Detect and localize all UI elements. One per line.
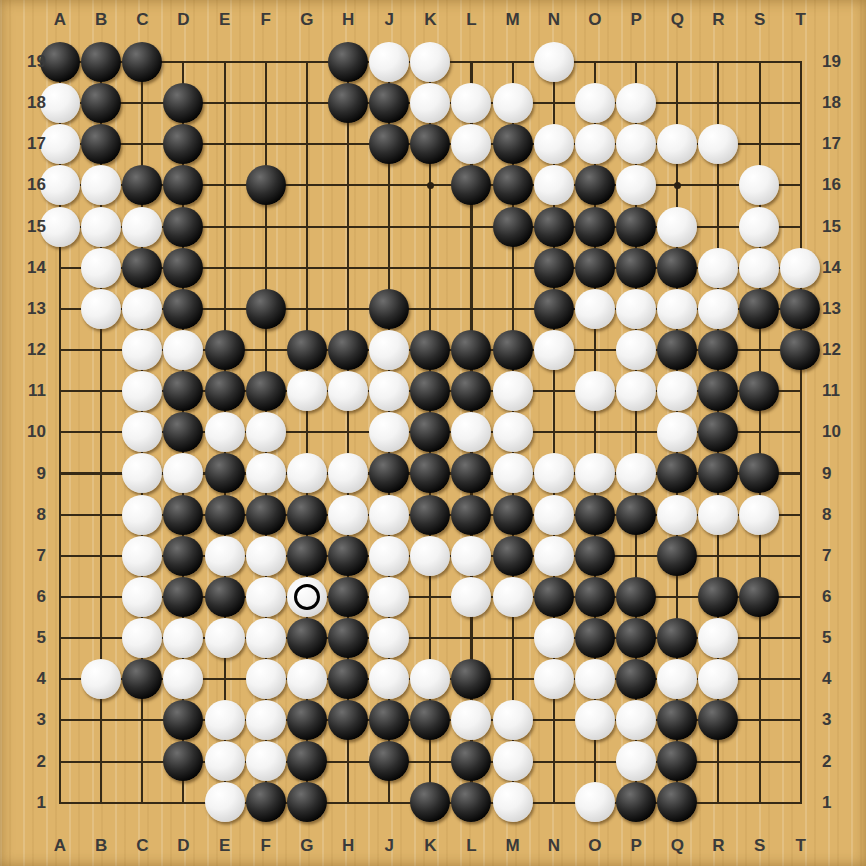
stone-white-S15 [739,207,779,247]
stone-white-G9 [287,453,327,493]
stone-black-D3 [163,700,203,740]
stone-white-C9 [122,453,162,493]
stone-black-O8 [575,495,615,535]
stone-white-J12 [369,330,409,370]
coord-label-8-right: 8 [822,505,862,525]
coord-label-13-left: 13 [8,299,46,319]
stone-black-E6 [205,577,245,617]
coord-label-Q-top: Q [662,10,692,30]
stone-black-J17 [369,124,409,164]
stone-white-E1 [205,782,245,822]
stone-black-F11 [246,371,286,411]
stone-black-G1 [287,782,327,822]
stone-white-N4 [534,659,574,699]
coord-label-17-right: 17 [822,134,862,154]
stone-white-F3 [246,700,286,740]
stone-white-C13 [122,289,162,329]
stone-black-M8 [493,495,533,535]
stone-black-L2 [451,741,491,781]
coord-label-Q-bottom: Q [662,836,692,856]
stone-black-K10 [410,412,450,452]
stone-white-D12 [163,330,203,370]
stone-black-S6 [739,577,779,617]
stone-black-H5 [328,618,368,658]
coord-label-19-right: 19 [822,52,862,72]
stone-black-E8 [205,495,245,535]
stone-black-N6 [534,577,574,617]
coord-label-10-left: 10 [8,422,46,442]
stone-white-R13 [698,289,738,329]
stone-white-B13 [81,289,121,329]
stone-black-B17 [81,124,121,164]
stone-black-K12 [410,330,450,370]
stone-black-H4 [328,659,368,699]
stone-white-J8 [369,495,409,535]
stone-black-Q2 [657,741,697,781]
last-move-circle-marker [294,584,320,610]
stone-black-Q3 [657,700,697,740]
stone-white-F4 [246,659,286,699]
stone-white-M3 [493,700,533,740]
coord-label-P-bottom: P [621,836,651,856]
stone-black-O5 [575,618,615,658]
coord-label-9-left: 9 [8,464,46,484]
stone-white-Q15 [657,207,697,247]
coord-label-K-bottom: K [415,836,445,856]
coord-label-J-bottom: J [374,836,404,856]
coord-label-H-top: H [333,10,363,30]
coord-label-B-bottom: B [86,836,116,856]
coord-label-14-left: 14 [8,258,46,278]
stone-white-O13 [575,289,615,329]
stone-white-Q13 [657,289,697,329]
stone-white-P13 [616,289,656,329]
stone-black-J13 [369,289,409,329]
stone-white-M18 [493,83,533,123]
stone-black-M7 [493,536,533,576]
coord-label-16-left: 16 [8,175,46,195]
stone-white-C7 [122,536,162,576]
stone-black-Q9 [657,453,697,493]
stone-black-P1 [616,782,656,822]
coord-label-12-right: 12 [822,340,862,360]
stone-black-M16 [493,165,533,205]
coord-label-5-left: 5 [8,628,46,648]
stone-white-J11 [369,371,409,411]
coord-label-T-top: T [786,10,816,30]
stone-white-S8 [739,495,779,535]
stone-white-Q17 [657,124,697,164]
stone-black-S11 [739,371,779,411]
stone-white-N5 [534,618,574,658]
stone-white-J6 [369,577,409,617]
stone-black-B18 [81,83,121,123]
coord-label-N-bottom: N [539,836,569,856]
stone-black-H6 [328,577,368,617]
stone-white-N12 [534,330,574,370]
stone-black-C14 [122,248,162,288]
stone-white-E7 [205,536,245,576]
stone-white-R17 [698,124,738,164]
stone-black-D7 [163,536,203,576]
stone-white-F5 [246,618,286,658]
stone-black-R6 [698,577,738,617]
coord-label-2-right: 2 [822,752,862,772]
stone-white-L17 [451,124,491,164]
coord-label-G-bottom: G [292,836,322,856]
stone-black-M15 [493,207,533,247]
stone-black-R3 [698,700,738,740]
stone-white-K7 [410,536,450,576]
stone-white-O3 [575,700,615,740]
stone-white-R5 [698,618,738,658]
stone-black-J3 [369,700,409,740]
stone-white-K19 [410,42,450,82]
stone-black-D11 [163,371,203,411]
stone-white-J19 [369,42,409,82]
coord-label-3-left: 3 [8,710,46,730]
stone-black-J18 [369,83,409,123]
stone-black-H18 [328,83,368,123]
stone-black-O7 [575,536,615,576]
stone-black-L1 [451,782,491,822]
stone-white-K4 [410,659,450,699]
stone-black-M12 [493,330,533,370]
stone-black-D2 [163,741,203,781]
stone-white-L6 [451,577,491,617]
coord-label-18-left: 18 [8,93,46,113]
stone-black-P8 [616,495,656,535]
stone-black-L4 [451,659,491,699]
stone-black-D13 [163,289,203,329]
stone-white-L18 [451,83,491,123]
stone-white-B4 [81,659,121,699]
coord-label-3-right: 3 [822,710,862,730]
coord-label-4-right: 4 [822,669,862,689]
stone-black-O14 [575,248,615,288]
stone-white-H9 [328,453,368,493]
stone-white-G4 [287,659,327,699]
stone-black-D18 [163,83,203,123]
stone-black-G2 [287,741,327,781]
coord-label-C-top: C [127,10,157,30]
stone-white-O18 [575,83,615,123]
stone-white-J4 [369,659,409,699]
stone-black-L8 [451,495,491,535]
coord-label-11-left: 11 [8,381,46,401]
coord-label-12-left: 12 [8,340,46,360]
coord-label-17-left: 17 [8,134,46,154]
coord-label-15-right: 15 [822,217,862,237]
stone-white-K18 [410,83,450,123]
stone-black-Q14 [657,248,697,288]
coord-label-H-bottom: H [333,836,363,856]
stone-black-H3 [328,700,368,740]
stone-black-C16 [122,165,162,205]
stone-black-S13 [739,289,779,329]
coord-label-M-bottom: M [498,836,528,856]
coord-label-M-top: M [498,10,528,30]
coord-label-5-right: 5 [822,628,862,648]
stone-black-D16 [163,165,203,205]
stone-black-D15 [163,207,203,247]
stone-white-F10 [246,412,286,452]
stone-white-B15 [81,207,121,247]
stone-white-R14 [698,248,738,288]
coord-label-A-top: A [45,10,75,30]
stone-black-P15 [616,207,656,247]
stone-white-C15 [122,207,162,247]
stone-white-D9 [163,453,203,493]
stone-black-O16 [575,165,615,205]
stone-black-Q12 [657,330,697,370]
stone-white-E5 [205,618,245,658]
stone-black-D6 [163,577,203,617]
stone-black-C4 [122,659,162,699]
stone-white-Q11 [657,371,697,411]
coord-label-A-bottom: A [45,836,75,856]
stone-black-D14 [163,248,203,288]
stone-white-M2 [493,741,533,781]
stone-black-E11 [205,371,245,411]
stone-black-K1 [410,782,450,822]
stone-white-H8 [328,495,368,535]
coord-label-10-right: 10 [822,422,862,442]
stone-white-J7 [369,536,409,576]
stone-white-P9 [616,453,656,493]
coord-label-13-right: 13 [822,299,862,319]
coord-label-S-top: S [745,10,775,30]
stone-white-C6 [122,577,162,617]
stone-white-O1 [575,782,615,822]
coord-label-F-top: F [251,10,281,30]
coord-label-L-top: L [457,10,487,30]
coord-label-19-left: 19 [8,52,46,72]
stone-black-D10 [163,412,203,452]
stone-black-F8 [246,495,286,535]
coord-label-G-top: G [292,10,322,30]
stone-black-K17 [410,124,450,164]
stone-white-N9 [534,453,574,493]
stone-white-Q4 [657,659,697,699]
stone-black-K9 [410,453,450,493]
stone-black-R10 [698,412,738,452]
stone-black-L11 [451,371,491,411]
coord-label-15-left: 15 [8,217,46,237]
stone-white-P3 [616,700,656,740]
stone-black-R12 [698,330,738,370]
stone-white-F7 [246,536,286,576]
coord-label-R-top: R [703,10,733,30]
coord-label-7-right: 7 [822,546,862,566]
stone-white-P2 [616,741,656,781]
stone-black-T12 [780,330,820,370]
coord-label-2-left: 2 [8,752,46,772]
stone-black-P5 [616,618,656,658]
stone-black-G12 [287,330,327,370]
stone-white-S16 [739,165,779,205]
stone-black-K8 [410,495,450,535]
coord-label-J-top: J [374,10,404,30]
coord-label-7-left: 7 [8,546,46,566]
coord-label-9-right: 9 [822,464,862,484]
stone-black-T13 [780,289,820,329]
stone-black-B19 [81,42,121,82]
stone-white-Q8 [657,495,697,535]
stone-white-N19 [534,42,574,82]
coord-label-D-bottom: D [168,836,198,856]
coord-label-8-left: 8 [8,505,46,525]
coord-label-1-left: 1 [8,793,46,813]
stone-white-C8 [122,495,162,535]
coord-label-O-top: O [580,10,610,30]
stone-white-M1 [493,782,533,822]
stone-black-E12 [205,330,245,370]
stone-white-G11 [287,371,327,411]
stone-white-L10 [451,412,491,452]
coord-label-6-right: 6 [822,587,862,607]
stone-black-P14 [616,248,656,288]
stone-white-N8 [534,495,574,535]
stone-white-P16 [616,165,656,205]
stone-white-T14 [780,248,820,288]
stone-black-N13 [534,289,574,329]
stone-black-C19 [122,42,162,82]
stone-white-G6 [287,577,327,617]
stone-white-E2 [205,741,245,781]
stone-black-F16 [246,165,286,205]
stone-black-H12 [328,330,368,370]
stones-layer [39,41,821,823]
coord-label-O-bottom: O [580,836,610,856]
stone-white-O4 [575,659,615,699]
coord-label-N-top: N [539,10,569,30]
stone-white-O11 [575,371,615,411]
stone-white-B16 [81,165,121,205]
stone-black-J9 [369,453,409,493]
stone-white-J10 [369,412,409,452]
stone-black-K11 [410,371,450,411]
stone-white-F6 [246,577,286,617]
stone-black-R9 [698,453,738,493]
coord-label-18-right: 18 [822,93,862,113]
stone-black-G7 [287,536,327,576]
stone-black-G8 [287,495,327,535]
coord-label-L-bottom: L [457,836,487,856]
stone-black-Q5 [657,618,697,658]
stone-black-F1 [246,782,286,822]
stone-white-Q10 [657,412,697,452]
stone-white-L3 [451,700,491,740]
stone-black-K3 [410,700,450,740]
coord-label-4-left: 4 [8,669,46,689]
stone-black-L9 [451,453,491,493]
coord-label-1-right: 1 [822,793,862,813]
stone-white-R4 [698,659,738,699]
stone-white-P12 [616,330,656,370]
stone-white-C10 [122,412,162,452]
stone-white-P18 [616,83,656,123]
coord-label-11-right: 11 [822,381,862,401]
stone-white-J5 [369,618,409,658]
coord-label-P-top: P [621,10,651,30]
stone-white-L7 [451,536,491,576]
stone-white-N7 [534,536,574,576]
stone-black-H7 [328,536,368,576]
stone-white-N17 [534,124,574,164]
stone-black-G3 [287,700,327,740]
stone-white-M11 [493,371,533,411]
stone-white-C5 [122,618,162,658]
coord-label-E-top: E [210,10,240,30]
stone-black-G5 [287,618,327,658]
stone-white-M9 [493,453,533,493]
coord-label-T-bottom: T [786,836,816,856]
stone-black-D17 [163,124,203,164]
coord-label-14-right: 14 [822,258,862,278]
stone-white-E3 [205,700,245,740]
stone-black-O15 [575,207,615,247]
stone-black-Q7 [657,536,697,576]
stone-white-H11 [328,371,368,411]
stone-black-H19 [328,42,368,82]
coord-label-C-bottom: C [127,836,157,856]
stone-white-M6 [493,577,533,617]
stone-black-O6 [575,577,615,617]
stone-black-L12 [451,330,491,370]
stone-white-N16 [534,165,574,205]
stone-white-F2 [246,741,286,781]
stone-white-D5 [163,618,203,658]
stone-black-M17 [493,124,533,164]
stone-white-S14 [739,248,779,288]
stone-black-N15 [534,207,574,247]
coord-label-R-bottom: R [703,836,733,856]
stone-black-F13 [246,289,286,329]
stone-black-P4 [616,659,656,699]
stone-white-C11 [122,371,162,411]
coord-label-F-bottom: F [251,836,281,856]
coord-label-E-bottom: E [210,836,240,856]
go-board[interactable]: AABBCCDDEEFFGGHHJJKKLLMMNNOOPPQQRRSSTT19… [0,0,866,866]
stone-white-B14 [81,248,121,288]
stone-white-O17 [575,124,615,164]
stone-black-Q1 [657,782,697,822]
coord-label-D-top: D [168,10,198,30]
stone-white-D4 [163,659,203,699]
stone-white-F9 [246,453,286,493]
stone-black-L16 [451,165,491,205]
coord-label-16-right: 16 [822,175,862,195]
stone-black-N14 [534,248,574,288]
stone-white-P11 [616,371,656,411]
coord-label-K-top: K [415,10,445,30]
coord-label-S-bottom: S [745,836,775,856]
stone-white-P17 [616,124,656,164]
stone-black-J2 [369,741,409,781]
stone-white-E10 [205,412,245,452]
stone-white-O9 [575,453,615,493]
stone-black-R11 [698,371,738,411]
stone-white-R8 [698,495,738,535]
stone-white-C12 [122,330,162,370]
stone-black-P6 [616,577,656,617]
stone-black-D8 [163,495,203,535]
stone-black-E9 [205,453,245,493]
stone-white-M10 [493,412,533,452]
stone-black-S9 [739,453,779,493]
coord-label-6-left: 6 [8,587,46,607]
